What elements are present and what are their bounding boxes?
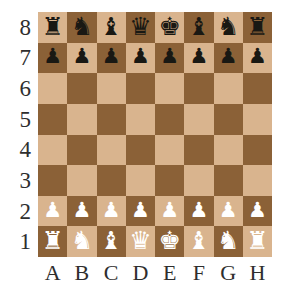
square-e4[interactable] bbox=[155, 135, 184, 166]
rank-label-5: 5 bbox=[0, 104, 38, 135]
square-h7[interactable]: ♟ bbox=[243, 43, 272, 74]
square-h8[interactable]: ♜ bbox=[243, 12, 272, 43]
square-f3[interactable] bbox=[184, 165, 213, 196]
piece-white-bishop[interactable]: ♝ bbox=[188, 228, 210, 253]
square-h5[interactable] bbox=[243, 104, 272, 135]
rank-label-6: 6 bbox=[0, 73, 38, 104]
square-h4[interactable] bbox=[243, 135, 272, 166]
square-f6[interactable] bbox=[184, 73, 213, 104]
square-h3[interactable] bbox=[243, 165, 272, 196]
square-d1[interactable]: ♛ bbox=[126, 226, 155, 257]
piece-black-pawn[interactable]: ♟ bbox=[131, 46, 150, 67]
rank-labels: 87654321 bbox=[0, 12, 38, 257]
piece-white-pawn[interactable]: ♟ bbox=[248, 200, 267, 221]
square-g4[interactable] bbox=[214, 135, 243, 166]
piece-black-pawn[interactable]: ♟ bbox=[248, 46, 267, 67]
square-b3[interactable] bbox=[67, 165, 96, 196]
piece-black-pawn[interactable]: ♟ bbox=[43, 46, 62, 67]
square-b4[interactable] bbox=[67, 135, 96, 166]
square-d8[interactable]: ♛ bbox=[126, 12, 155, 43]
square-e3[interactable] bbox=[155, 165, 184, 196]
piece-black-rook[interactable]: ♜ bbox=[41, 14, 63, 39]
piece-black-knight[interactable]: ♞ bbox=[217, 14, 239, 39]
square-e7[interactable]: ♟ bbox=[155, 43, 184, 74]
square-g7[interactable]: ♟ bbox=[214, 43, 243, 74]
square-f8[interactable]: ♝ bbox=[184, 12, 213, 43]
square-h1[interactable]: ♜ bbox=[243, 226, 272, 257]
piece-black-pawn[interactable]: ♟ bbox=[102, 46, 121, 67]
square-d6[interactable] bbox=[126, 73, 155, 104]
square-g5[interactable] bbox=[214, 104, 243, 135]
piece-black-king[interactable]: ♚ bbox=[158, 14, 180, 39]
square-c4[interactable] bbox=[97, 135, 126, 166]
square-g8[interactable]: ♞ bbox=[214, 12, 243, 43]
square-a8[interactable]: ♜ bbox=[38, 12, 67, 43]
piece-black-pawn[interactable]: ♟ bbox=[219, 46, 238, 67]
piece-black-bishop[interactable]: ♝ bbox=[100, 14, 122, 39]
piece-black-pawn[interactable]: ♟ bbox=[160, 46, 179, 67]
square-a2[interactable]: ♟ bbox=[38, 196, 67, 227]
piece-white-pawn[interactable]: ♟ bbox=[72, 200, 91, 221]
square-c5[interactable] bbox=[97, 104, 126, 135]
file-label-b: B bbox=[67, 257, 96, 291]
square-d3[interactable] bbox=[126, 165, 155, 196]
square-g6[interactable] bbox=[214, 73, 243, 104]
rank-label-3: 3 bbox=[0, 165, 38, 196]
file-label-f: F bbox=[184, 257, 213, 291]
square-d4[interactable] bbox=[126, 135, 155, 166]
square-d5[interactable] bbox=[126, 104, 155, 135]
file-label-c: C bbox=[97, 257, 126, 291]
square-a7[interactable]: ♟ bbox=[38, 43, 67, 74]
square-g1[interactable]: ♞ bbox=[214, 226, 243, 257]
square-h2[interactable]: ♟ bbox=[243, 196, 272, 227]
piece-white-knight[interactable]: ♞ bbox=[71, 228, 93, 253]
square-c1[interactable]: ♝ bbox=[97, 226, 126, 257]
file-label-d: D bbox=[126, 257, 155, 291]
piece-white-pawn[interactable]: ♟ bbox=[102, 200, 121, 221]
square-f7[interactable]: ♟ bbox=[184, 43, 213, 74]
square-e5[interactable] bbox=[155, 104, 184, 135]
piece-white-pawn[interactable]: ♟ bbox=[189, 200, 208, 221]
square-f1[interactable]: ♝ bbox=[184, 226, 213, 257]
file-label-g: G bbox=[214, 257, 243, 291]
square-g3[interactable] bbox=[214, 165, 243, 196]
file-label-a: A bbox=[38, 257, 67, 291]
square-a1[interactable]: ♜ bbox=[38, 226, 67, 257]
square-c8[interactable]: ♝ bbox=[97, 12, 126, 43]
square-b5[interactable] bbox=[67, 104, 96, 135]
square-e2[interactable]: ♟ bbox=[155, 196, 184, 227]
rank-label-1: 1 bbox=[0, 226, 38, 257]
board-layout: 87654321 ♜♞♝♛♚♝♞♜♟♟♟♟♟♟♟♟♟♟♟♟♟♟♟♟♜♞♝♛♚♝♞… bbox=[0, 12, 272, 291]
piece-black-knight[interactable]: ♞ bbox=[71, 14, 93, 39]
piece-black-pawn[interactable]: ♟ bbox=[189, 46, 208, 67]
square-a4[interactable] bbox=[38, 135, 67, 166]
piece-white-pawn[interactable]: ♟ bbox=[131, 200, 150, 221]
piece-white-rook[interactable]: ♜ bbox=[246, 228, 268, 253]
square-f5[interactable] bbox=[184, 104, 213, 135]
square-b1[interactable]: ♞ bbox=[67, 226, 96, 257]
square-c6[interactable] bbox=[97, 73, 126, 104]
square-c3[interactable] bbox=[97, 165, 126, 196]
square-c7[interactable]: ♟ bbox=[97, 43, 126, 74]
piece-white-pawn[interactable]: ♟ bbox=[219, 200, 238, 221]
file-label-e: E bbox=[155, 257, 184, 291]
piece-black-queen[interactable]: ♛ bbox=[129, 14, 151, 39]
rank-label-4: 4 bbox=[0, 135, 38, 166]
square-b6[interactable] bbox=[67, 73, 96, 104]
square-d7[interactable]: ♟ bbox=[126, 43, 155, 74]
square-d2[interactable]: ♟ bbox=[126, 196, 155, 227]
piece-black-bishop[interactable]: ♝ bbox=[188, 14, 210, 39]
square-a6[interactable] bbox=[38, 73, 67, 104]
rank-label-8: 8 bbox=[0, 12, 38, 43]
square-b2[interactable]: ♟ bbox=[67, 196, 96, 227]
square-h6[interactable] bbox=[243, 73, 272, 104]
piece-black-pawn[interactable]: ♟ bbox=[72, 46, 91, 67]
square-e1[interactable]: ♚ bbox=[155, 226, 184, 257]
square-b8[interactable]: ♞ bbox=[67, 12, 96, 43]
square-c2[interactable]: ♟ bbox=[97, 196, 126, 227]
square-a3[interactable] bbox=[38, 165, 67, 196]
piece-white-knight[interactable]: ♞ bbox=[217, 228, 239, 253]
square-g2[interactable]: ♟ bbox=[214, 196, 243, 227]
file-labels: ABCDEFGH bbox=[38, 257, 272, 291]
rank-label-2: 2 bbox=[0, 196, 38, 227]
square-f4[interactable] bbox=[184, 135, 213, 166]
piece-white-pawn[interactable]: ♟ bbox=[160, 200, 179, 221]
square-f2[interactable]: ♟ bbox=[184, 196, 213, 227]
piece-white-queen[interactable]: ♛ bbox=[129, 228, 151, 253]
file-label-h: H bbox=[243, 257, 272, 291]
square-a5[interactable] bbox=[38, 104, 67, 135]
square-b7[interactable]: ♟ bbox=[67, 43, 96, 74]
piece-white-king[interactable]: ♚ bbox=[158, 228, 180, 253]
chess-board[interactable]: ♜♞♝♛♚♝♞♜♟♟♟♟♟♟♟♟♟♟♟♟♟♟♟♟♜♞♝♛♚♝♞♜ bbox=[38, 12, 272, 257]
square-e6[interactable] bbox=[155, 73, 184, 104]
piece-black-rook[interactable]: ♜ bbox=[246, 14, 268, 39]
piece-white-bishop[interactable]: ♝ bbox=[100, 228, 122, 253]
chessboard-scene: 87654321 ♜♞♝♛♚♝♞♜♟♟♟♟♟♟♟♟♟♟♟♟♟♟♟♟♜♞♝♛♚♝♞… bbox=[0, 0, 300, 300]
square-e8[interactable]: ♚ bbox=[155, 12, 184, 43]
rank-label-7: 7 bbox=[0, 43, 38, 74]
piece-white-pawn[interactable]: ♟ bbox=[43, 200, 62, 221]
piece-white-rook[interactable]: ♜ bbox=[41, 228, 63, 253]
